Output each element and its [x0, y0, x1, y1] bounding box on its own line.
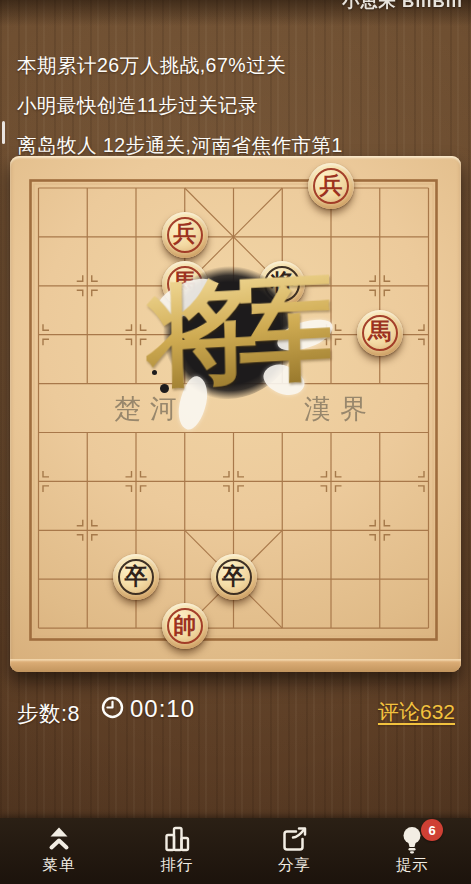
piece-glyph: 卒	[222, 565, 245, 588]
piece-glyph: 馬	[173, 271, 196, 294]
nav-share-label: 分享	[278, 855, 311, 876]
xiangqi-piece-black[interactable]: 卒	[113, 554, 159, 600]
xiangqi-piece-red[interactable]: 馬	[162, 261, 208, 307]
xiangqi-piece-red[interactable]: 兵	[308, 163, 354, 209]
piece-glyph: 卒	[125, 565, 148, 588]
river-label-left: 楚河	[114, 394, 186, 424]
header-line-record: 小明最快创造11步过关记录	[17, 85, 343, 125]
nav-menu-label: 菜单	[42, 855, 75, 876]
xiangqi-board[interactable]: 楚河 漢界 兵兵馬将馬卒卒帥 将军	[10, 156, 461, 672]
piece-glyph: 兵	[320, 174, 343, 197]
hint-badge: 6	[421, 819, 443, 841]
xiangqi-piece-red[interactable]: 帥	[162, 603, 208, 649]
nav-hint-label: 提示	[396, 855, 429, 876]
xiangqi-piece-black[interactable]: 将	[259, 261, 305, 307]
piece-glyph: 将	[271, 271, 294, 294]
menu-up-icon	[44, 824, 74, 854]
clock-icon	[100, 695, 125, 720]
timer-value: 00:10	[130, 695, 195, 723]
ranking-bars-icon	[162, 824, 192, 854]
river-label-right: 漢界	[304, 394, 376, 424]
xiangqi-piece-red[interactable]: 馬	[357, 310, 403, 356]
nav-ranking-label: 排行	[160, 855, 193, 876]
nav-ranking-button[interactable]: 排行	[118, 818, 236, 884]
step-counter: 步数:8	[17, 699, 80, 728]
challenge-header: 本期累计26万人挑战,67%过关 小明最快创造11步过关记录 离岛牧人 12步通…	[17, 45, 343, 165]
piece-glyph: 帥	[173, 614, 196, 637]
app-screen: 小思来 BiliBili 本期累计26万人挑战,67%过关 小明最快创造11步过…	[0, 0, 471, 884]
xiangqi-piece-red[interactable]: 兵	[162, 212, 208, 258]
piece-glyph: 兵	[173, 222, 196, 245]
xiangqi-piece-black[interactable]: 卒	[211, 554, 257, 600]
nav-hint-button[interactable]: 提示 6	[353, 818, 471, 884]
nav-menu-button[interactable]: 菜单	[0, 818, 118, 884]
comments-link[interactable]: 评论632	[378, 698, 455, 726]
nav-share-button[interactable]: 分享	[236, 818, 354, 884]
share-icon	[279, 824, 309, 854]
bilibili-watermark: 小思来 BiliBili	[342, 0, 463, 13]
piece-glyph: 馬	[368, 320, 391, 343]
board-edge	[10, 659, 461, 672]
header-line-stats: 本期累计26万人挑战,67%过关	[17, 45, 343, 85]
scroll-indicator	[2, 121, 5, 144]
bottom-nav: 菜单 排行 分享 提示 6	[0, 818, 471, 884]
status-bar: 步数:8 00:10 评论632	[0, 694, 471, 734]
